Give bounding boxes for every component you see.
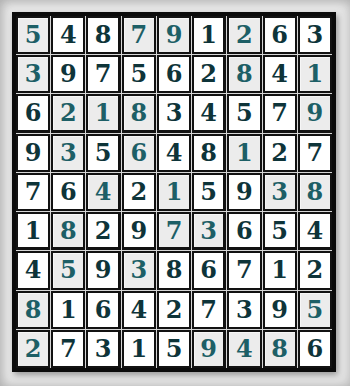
cell-r8c7[interactable]: 3 xyxy=(227,291,261,329)
cell-r6c9[interactable]: 4 xyxy=(298,212,332,250)
cell-r6c4[interactable]: 9 xyxy=(122,212,156,250)
cell-r1c4[interactable]: 7 xyxy=(122,16,156,54)
cell-r1c8[interactable]: 6 xyxy=(263,16,297,54)
cell-r7c2[interactable]: 5 xyxy=(51,251,85,289)
cell-r8c5[interactable]: 2 xyxy=(157,291,191,329)
cell-r5c5[interactable]: 1 xyxy=(157,173,191,211)
cell-r7c8[interactable]: 1 xyxy=(263,251,297,289)
cell-r1c3[interactable]: 8 xyxy=(86,16,120,54)
cell-r2c6[interactable]: 2 xyxy=(192,55,226,93)
cell-r5c7[interactable]: 9 xyxy=(227,173,261,211)
cell-r3c4[interactable]: 8 xyxy=(122,94,156,132)
cell-r1c7[interactable]: 2 xyxy=(227,16,261,54)
cell-r7c7[interactable]: 7 xyxy=(227,251,261,289)
cell-r9c8[interactable]: 8 xyxy=(263,330,297,368)
cell-r3c2[interactable]: 2 xyxy=(51,94,85,132)
cell-r8c4[interactable]: 4 xyxy=(122,291,156,329)
cell-r6c5[interactable]: 7 xyxy=(157,212,191,250)
cell-r1c2[interactable]: 4 xyxy=(51,16,85,54)
cell-r6c1[interactable]: 1 xyxy=(16,212,50,250)
cell-r7c9[interactable]: 2 xyxy=(298,251,332,289)
cell-r3c9[interactable]: 9 xyxy=(298,94,332,132)
cell-r4c9[interactable]: 7 xyxy=(298,134,332,172)
cell-r3c6[interactable]: 4 xyxy=(192,94,226,132)
cell-r7c3[interactable]: 9 xyxy=(86,251,120,289)
cell-r9c7[interactable]: 4 xyxy=(227,330,261,368)
cell-r2c7[interactable]: 8 xyxy=(227,55,261,93)
cell-r4c5[interactable]: 4 xyxy=(157,134,191,172)
cell-r7c6[interactable]: 6 xyxy=(192,251,226,289)
cell-r3c7[interactable]: 5 xyxy=(227,94,261,132)
cell-r6c7[interactable]: 6 xyxy=(227,212,261,250)
cell-r1c9[interactable]: 3 xyxy=(298,16,332,54)
cell-r2c1[interactable]: 3 xyxy=(16,55,50,93)
cell-r5c9[interactable]: 8 xyxy=(298,173,332,211)
cell-r9c5[interactable]: 5 xyxy=(157,330,191,368)
cell-r7c5[interactable]: 8 xyxy=(157,251,191,289)
cell-r9c4[interactable]: 1 xyxy=(122,330,156,368)
cell-r5c8[interactable]: 3 xyxy=(263,173,297,211)
cell-r4c1[interactable]: 9 xyxy=(16,134,50,172)
cell-r8c2[interactable]: 1 xyxy=(51,291,85,329)
cell-r6c8[interactable]: 5 xyxy=(263,212,297,250)
cell-r3c5[interactable]: 3 xyxy=(157,94,191,132)
cell-r4c7[interactable]: 1 xyxy=(227,134,261,172)
cell-r9c3[interactable]: 3 xyxy=(86,330,120,368)
cell-r9c9[interactable]: 6 xyxy=(298,330,332,368)
cell-r8c9[interactable]: 5 xyxy=(298,291,332,329)
cell-r7c1[interactable]: 4 xyxy=(16,251,50,289)
cell-r9c1[interactable]: 2 xyxy=(16,330,50,368)
cell-r9c2[interactable]: 7 xyxy=(51,330,85,368)
cell-r8c8[interactable]: 9 xyxy=(263,291,297,329)
cell-r8c3[interactable]: 6 xyxy=(86,291,120,329)
cell-r1c6[interactable]: 1 xyxy=(192,16,226,54)
cell-r1c5[interactable]: 9 xyxy=(157,16,191,54)
cell-r6c2[interactable]: 8 xyxy=(51,212,85,250)
cell-r5c2[interactable]: 6 xyxy=(51,173,85,211)
cell-r3c8[interactable]: 7 xyxy=(263,94,297,132)
cell-r8c1[interactable]: 8 xyxy=(16,291,50,329)
cell-r2c3[interactable]: 7 xyxy=(86,55,120,93)
cell-r5c6[interactable]: 5 xyxy=(192,173,226,211)
cell-r5c1[interactable]: 7 xyxy=(16,173,50,211)
cell-r2c9[interactable]: 1 xyxy=(298,55,332,93)
cell-r3c1[interactable]: 6 xyxy=(16,94,50,132)
cell-r4c3[interactable]: 5 xyxy=(86,134,120,172)
cell-r4c8[interactable]: 2 xyxy=(263,134,297,172)
cell-r7c4[interactable]: 3 xyxy=(122,251,156,289)
cell-r2c4[interactable]: 5 xyxy=(122,55,156,93)
cell-r4c4[interactable]: 6 xyxy=(122,134,156,172)
cell-r2c8[interactable]: 4 xyxy=(263,55,297,93)
cell-r5c4[interactable]: 2 xyxy=(122,173,156,211)
cell-r6c3[interactable]: 2 xyxy=(86,212,120,250)
cell-r1c1[interactable]: 5 xyxy=(16,16,50,54)
cell-r2c2[interactable]: 9 xyxy=(51,55,85,93)
cell-r4c6[interactable]: 8 xyxy=(192,134,226,172)
cell-r3c3[interactable]: 1 xyxy=(86,94,120,132)
cell-r8c6[interactable]: 7 xyxy=(192,291,226,329)
cell-r5c3[interactable]: 4 xyxy=(86,173,120,211)
cell-r9c6[interactable]: 9 xyxy=(192,330,226,368)
page-background: 5487912633975628416218345799356481277642… xyxy=(0,0,350,386)
sudoku-board: 5487912633975628416218345799356481277642… xyxy=(12,12,336,372)
cell-r2c5[interactable]: 6 xyxy=(157,55,191,93)
cell-r4c2[interactable]: 3 xyxy=(51,134,85,172)
cell-r6c6[interactable]: 3 xyxy=(192,212,226,250)
